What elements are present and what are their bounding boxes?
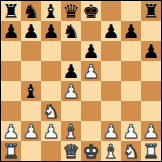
piece-white-pawn[interactable]: ♟ — [102, 121, 119, 141]
piece-black-pawn[interactable]: ♟ — [22, 21, 39, 41]
square-b7[interactable]: ♟ — [21, 21, 41, 41]
chess-board: ♜♞♝♛♚♜♟♟♟♞♟♟♟♟♟♟♝♟♞♟♟♟♝♟♟♟♜♛♚♝♞♜ — [0, 0, 162, 162]
square-c1[interactable] — [41, 141, 61, 161]
square-g1[interactable]: ♞ — [121, 141, 141, 161]
square-b6[interactable] — [21, 41, 41, 61]
square-h2[interactable]: ♟ — [141, 121, 161, 141]
square-c2[interactable]: ♟ — [41, 121, 61, 141]
square-g6[interactable] — [121, 41, 141, 61]
piece-white-pawn[interactable]: ♟ — [2, 121, 19, 141]
square-b5[interactable] — [21, 61, 41, 81]
piece-black-bishop[interactable]: ♝ — [42, 1, 59, 21]
square-f6[interactable] — [101, 41, 121, 61]
square-c4[interactable] — [41, 81, 61, 101]
square-b2[interactable]: ♟ — [21, 121, 41, 141]
piece-white-pawn[interactable]: ♟ — [62, 81, 79, 101]
square-d5[interactable]: ♟ — [61, 61, 81, 81]
square-h1[interactable]: ♜ — [141, 141, 161, 161]
square-b3[interactable] — [21, 101, 41, 121]
square-e7[interactable] — [81, 21, 101, 41]
piece-black-pawn[interactable]: ♟ — [82, 41, 99, 61]
square-f7[interactable]: ♟ — [101, 21, 121, 41]
piece-white-king[interactable]: ♚ — [82, 141, 99, 161]
piece-white-pawn[interactable]: ♟ — [42, 121, 59, 141]
square-e5[interactable]: ♟ — [81, 61, 101, 81]
square-g4[interactable] — [121, 81, 141, 101]
piece-white-pawn[interactable]: ♟ — [142, 121, 159, 141]
piece-white-knight[interactable]: ♞ — [122, 141, 139, 161]
piece-black-knight[interactable]: ♞ — [62, 21, 79, 41]
square-g5[interactable] — [121, 61, 141, 81]
square-h8[interactable]: ♜ — [141, 1, 161, 21]
piece-black-rook[interactable]: ♜ — [142, 1, 159, 21]
piece-black-bishop[interactable]: ♝ — [22, 81, 39, 101]
piece-black-pawn[interactable]: ♟ — [102, 21, 119, 41]
square-a6[interactable] — [1, 41, 21, 61]
piece-black-pawn[interactable]: ♟ — [122, 21, 139, 41]
square-a3[interactable] — [1, 101, 21, 121]
square-d7[interactable]: ♞ — [61, 21, 81, 41]
square-b1[interactable] — [21, 141, 41, 161]
square-d6[interactable] — [61, 41, 81, 61]
square-a1[interactable]: ♜ — [1, 141, 21, 161]
piece-black-pawn[interactable]: ♟ — [2, 21, 19, 41]
piece-white-knight[interactable]: ♞ — [42, 101, 59, 121]
piece-white-rook[interactable]: ♜ — [2, 141, 19, 161]
square-a4[interactable] — [1, 81, 21, 101]
piece-white-pawn[interactable]: ♟ — [122, 121, 139, 141]
square-e8[interactable]: ♚ — [81, 1, 101, 21]
piece-white-bishop[interactable]: ♝ — [62, 121, 79, 141]
square-f2[interactable]: ♟ — [101, 121, 121, 141]
piece-white-rook[interactable]: ♜ — [142, 141, 159, 161]
square-d3[interactable] — [61, 101, 81, 121]
square-a7[interactable]: ♟ — [1, 21, 21, 41]
square-c3[interactable]: ♞ — [41, 101, 61, 121]
piece-black-pawn[interactable]: ♟ — [42, 21, 59, 41]
square-g8[interactable] — [121, 1, 141, 21]
square-h7[interactable] — [141, 21, 161, 41]
square-g2[interactable]: ♟ — [121, 121, 141, 141]
square-f1[interactable]: ♝ — [101, 141, 121, 161]
square-d8[interactable]: ♛ — [61, 1, 81, 21]
square-e4[interactable] — [81, 81, 101, 101]
square-h3[interactable] — [141, 101, 161, 121]
square-c7[interactable]: ♟ — [41, 21, 61, 41]
square-h5[interactable] — [141, 61, 161, 81]
square-c6[interactable] — [41, 41, 61, 61]
square-e1[interactable]: ♚ — [81, 141, 101, 161]
piece-black-queen[interactable]: ♛ — [62, 1, 79, 21]
piece-white-pawn[interactable]: ♟ — [82, 61, 99, 81]
piece-black-knight[interactable]: ♞ — [22, 1, 39, 21]
square-g7[interactable]: ♟ — [121, 21, 141, 41]
piece-white-queen[interactable]: ♛ — [62, 141, 79, 161]
square-d4[interactable]: ♟ — [61, 81, 81, 101]
square-e3[interactable] — [81, 101, 101, 121]
piece-black-pawn[interactable]: ♟ — [142, 41, 159, 61]
square-a2[interactable]: ♟ — [1, 121, 21, 141]
square-f5[interactable] — [101, 61, 121, 81]
piece-black-pawn[interactable]: ♟ — [62, 61, 79, 81]
square-b4[interactable]: ♝ — [21, 81, 41, 101]
piece-black-rook[interactable]: ♜ — [2, 1, 19, 21]
piece-black-king[interactable]: ♚ — [82, 1, 99, 21]
square-e6[interactable]: ♟ — [81, 41, 101, 61]
square-a8[interactable]: ♜ — [1, 1, 21, 21]
square-f3[interactable] — [101, 101, 121, 121]
piece-white-pawn[interactable]: ♟ — [22, 121, 39, 141]
square-f8[interactable] — [101, 1, 121, 21]
square-b8[interactable]: ♞ — [21, 1, 41, 21]
square-d1[interactable]: ♛ — [61, 141, 81, 161]
square-d2[interactable]: ♝ — [61, 121, 81, 141]
square-c8[interactable]: ♝ — [41, 1, 61, 21]
square-e2[interactable] — [81, 121, 101, 141]
square-g3[interactable] — [121, 101, 141, 121]
square-f4[interactable] — [101, 81, 121, 101]
piece-white-bishop[interactable]: ♝ — [102, 141, 119, 161]
square-h4[interactable] — [141, 81, 161, 101]
square-a5[interactable] — [1, 61, 21, 81]
square-h6[interactable]: ♟ — [141, 41, 161, 61]
square-c5[interactable] — [41, 61, 61, 81]
